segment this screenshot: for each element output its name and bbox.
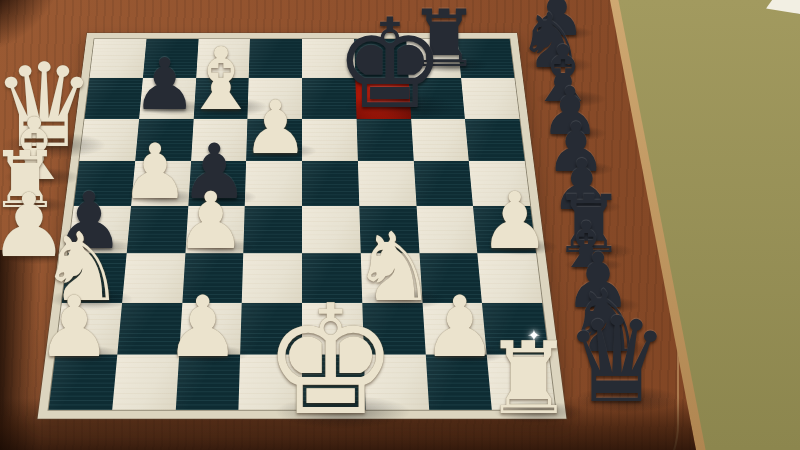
square-c2[interactable] — [179, 303, 242, 355]
square-f2[interactable] — [362, 303, 425, 355]
square-c1[interactable] — [175, 355, 240, 410]
square-g2[interactable] — [422, 303, 487, 355]
square-a7[interactable] — [85, 78, 143, 119]
square-h8[interactable] — [458, 39, 515, 78]
square-d6[interactable] — [246, 119, 302, 162]
square-b2[interactable] — [117, 303, 182, 355]
square-b6[interactable] — [135, 119, 193, 162]
square-f4[interactable] — [359, 206, 419, 253]
square-d5[interactable] — [245, 161, 302, 206]
chess-titans-screen: { "game": "chess", "app": "3D chess boar… — [0, 0, 800, 450]
square-f8[interactable] — [354, 39, 408, 78]
square-d2[interactable] — [240, 303, 302, 355]
square-g6[interactable] — [411, 119, 469, 162]
square-c6[interactable] — [191, 119, 248, 162]
square-c8[interactable] — [196, 39, 250, 78]
square-d3[interactable] — [242, 253, 302, 303]
square-c5[interactable] — [188, 161, 246, 206]
square-d8[interactable] — [249, 39, 302, 78]
square-f3[interactable] — [361, 253, 423, 303]
square-d4[interactable] — [243, 206, 302, 253]
square-e8[interactable] — [302, 39, 355, 78]
square-h3[interactable] — [478, 253, 543, 303]
square-h5[interactable] — [469, 161, 530, 206]
square-e6[interactable] — [302, 119, 358, 162]
square-f1[interactable] — [364, 355, 429, 410]
square-g7[interactable] — [408, 78, 465, 119]
square-a5[interactable] — [74, 161, 135, 206]
square-e3[interactable] — [302, 253, 362, 303]
wall-corner-highlight — [766, 0, 800, 14]
square-a6[interactable] — [79, 119, 139, 162]
square-g1[interactable] — [425, 355, 492, 410]
square-g8[interactable] — [406, 39, 461, 78]
square-h4[interactable] — [473, 206, 536, 253]
square-h1[interactable] — [487, 355, 555, 410]
square-a2[interactable] — [55, 303, 121, 355]
square-a4[interactable] — [68, 206, 131, 253]
square-b7[interactable] — [139, 78, 196, 119]
square-a1[interactable] — [49, 355, 117, 410]
square-e2[interactable] — [302, 303, 364, 355]
square-h2[interactable] — [482, 303, 548, 355]
square-g3[interactable] — [419, 253, 482, 303]
square-f5[interactable] — [358, 161, 416, 206]
square-b1[interactable] — [112, 355, 179, 410]
square-g5[interactable] — [413, 161, 473, 206]
square-b8[interactable] — [143, 39, 198, 78]
square-g4[interactable] — [416, 206, 477, 253]
square-c7[interactable] — [193, 78, 249, 119]
square-h7[interactable] — [461, 78, 519, 119]
square-b4[interactable] — [126, 206, 187, 253]
square-d7[interactable] — [248, 78, 302, 119]
square-h6[interactable] — [465, 119, 525, 162]
square-f6[interactable] — [356, 119, 413, 162]
square-d1[interactable] — [239, 355, 302, 410]
square-e5[interactable] — [302, 161, 359, 206]
square-e7[interactable] — [302, 78, 356, 119]
square-c3[interactable] — [182, 253, 244, 303]
board-grid — [49, 39, 556, 410]
square-b3[interactable] — [122, 253, 185, 303]
square-e4[interactable] — [302, 206, 361, 253]
square-b5[interactable] — [131, 161, 191, 206]
square-a3[interactable] — [62, 253, 127, 303]
square-e1[interactable] — [302, 355, 365, 410]
chess-board — [38, 33, 567, 419]
square-f7[interactable] — [355, 78, 411, 119]
square-a8[interactable] — [90, 39, 147, 78]
square-c4[interactable] — [185, 206, 245, 253]
